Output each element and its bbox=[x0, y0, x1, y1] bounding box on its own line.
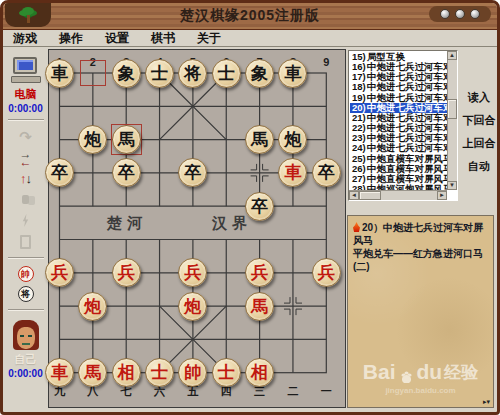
opening-comment-panel: 20）中炮进七兵过河车对屏风马 平炮兑车——红方急进河口马(二) Bai du … bbox=[347, 215, 494, 408]
scrollbar-thumb[interactable] bbox=[359, 191, 381, 200]
menu-item[interactable]: 棋书 bbox=[151, 30, 175, 47]
move-list-item[interactable]: 19)中炮进七兵过河车对 bbox=[350, 93, 447, 103]
move-list-item-selected[interactable]: 20)中炮进七兵过河车对 bbox=[350, 103, 447, 113]
piece-red[interactable]: 馬 bbox=[245, 292, 274, 321]
handshake-icon bbox=[22, 190, 29, 209]
piece-red[interactable]: 帥 bbox=[178, 358, 207, 387]
piece-black[interactable]: 卒 bbox=[312, 158, 341, 187]
piece-red[interactable]: 士 bbox=[212, 358, 241, 387]
piece-red[interactable]: 兵 bbox=[178, 258, 207, 287]
piece-black[interactable]: 将 bbox=[178, 59, 207, 88]
comment-text: 20）中炮进七兵过河车对屏风马 平炮兑车——红方急进河口马(二) bbox=[348, 216, 493, 273]
scroll-down-icon[interactable]: ▼ bbox=[447, 181, 457, 190]
move-list-item[interactable]: 27)中炮直横车对屏风马 bbox=[350, 174, 447, 184]
control-button[interactable]: 上回合 bbox=[460, 136, 498, 150]
player-label: 自己 bbox=[15, 352, 37, 367]
move-list-item[interactable]: 18)中炮进七兵过河车对 bbox=[350, 82, 447, 92]
move-list-item[interactable]: 15)局型互换 bbox=[350, 52, 447, 62]
computer-icon bbox=[11, 57, 41, 85]
piece-black[interactable]: 車 bbox=[278, 59, 307, 88]
piece-black[interactable]: 士 bbox=[212, 59, 241, 88]
move-list-item[interactable]: 16)中炮进七兵过河车对 bbox=[350, 62, 447, 72]
piece-black[interactable]: 卒 bbox=[245, 192, 274, 221]
menu-item[interactable]: 设置 bbox=[105, 30, 129, 47]
title-bar: 楚汉棋缘2005注册版 bbox=[3, 3, 497, 30]
piece-red[interactable]: 士 bbox=[145, 358, 174, 387]
piece-red[interactable]: 馬 bbox=[78, 358, 107, 387]
piece-red[interactable]: 車 bbox=[278, 158, 307, 187]
app-window: 楚汉棋缘2005注册版 游戏操作设置棋书关于 电脑 0:00:00 ↷ →← ↑… bbox=[0, 0, 500, 415]
control-button[interactable]: 读入 bbox=[460, 90, 498, 104]
piece-red[interactable]: 炮 bbox=[78, 292, 107, 321]
piece-red[interactable]: 相 bbox=[112, 358, 141, 387]
piece-black[interactable]: 象 bbox=[245, 59, 274, 88]
baidu-paw-icon bbox=[399, 370, 414, 384]
baidu-watermark: Bai du 经验 jingyan.baidu.com bbox=[348, 360, 493, 395]
window-title: 楚汉棋缘2005注册版 bbox=[3, 7, 497, 25]
control-button[interactable]: 自动 bbox=[460, 159, 498, 173]
piece-black[interactable]: 卒 bbox=[112, 158, 141, 187]
swap-sides-icon[interactable]: →← bbox=[20, 148, 32, 167]
flip-board-icon[interactable]: ↑↓ bbox=[20, 169, 31, 188]
move-list-item[interactable]: 21)中炮进七兵过河车对 bbox=[350, 113, 447, 123]
toolbar-sidebar: 电脑 0:00:00 ↷ →← ↑↓ 帥 将 自己 0:00:00 bbox=[3, 49, 48, 409]
move-list-item[interactable]: 26)中炮直横车对屏风马 bbox=[350, 164, 447, 174]
move-list-item[interactable]: 25)中炮直横车对屏风马 bbox=[350, 154, 447, 164]
move-list-item[interactable]: 22)中炮进七兵过河车对 bbox=[350, 123, 447, 133]
piece-black[interactable]: 卒 bbox=[45, 158, 74, 187]
menu-item[interactable]: 操作 bbox=[59, 30, 83, 47]
move-list-item[interactable]: 24)中炮进七兵过河车对 bbox=[350, 143, 447, 153]
menu-item[interactable]: 关于 bbox=[197, 30, 221, 47]
piece-black[interactable]: 車 bbox=[45, 59, 74, 88]
black-side-icon[interactable]: 将 bbox=[18, 286, 34, 302]
horizontal-scrollbar[interactable]: ◄ ► bbox=[349, 190, 447, 200]
undo-icon[interactable]: ↷ bbox=[19, 127, 32, 146]
red-side-icon[interactable]: 帥 bbox=[18, 266, 34, 282]
move-list-item[interactable]: 23)中炮进七兵过河车对 bbox=[350, 133, 447, 143]
piece-black[interactable]: 馬 bbox=[245, 125, 274, 154]
window-buttons bbox=[429, 6, 491, 22]
maximize-button[interactable] bbox=[455, 9, 465, 19]
player-clock: 0:00:00 bbox=[8, 368, 42, 379]
opening-move-list[interactable]: 15)局型互换16)中炮进七兵过河车对17)中炮进七兵过河车对18)中炮进七兵过… bbox=[348, 50, 458, 201]
xiangqi-board[interactable]: 楚河 汉界 123456789九八七六五四三二一 車象士将士象車炮馬馬炮卒卒卒車… bbox=[48, 49, 346, 408]
main-content: 电脑 0:00:00 ↷ →← ↑↓ 帥 将 自己 0:00:00 bbox=[3, 47, 497, 409]
menu-bar: 游戏操作设置棋书关于 bbox=[3, 30, 497, 47]
right-panel: 15)局型互换16)中炮进七兵过河车对17)中炮进七兵过河车对18)中炮进七兵过… bbox=[346, 49, 497, 409]
piece-black[interactable]: 象 bbox=[112, 59, 141, 88]
board-intersections[interactable]: 車象士将士象車炮馬馬炮卒卒卒車卒卒兵兵兵兵兵炮炮馬車馬相士帥士相 bbox=[43, 56, 343, 389]
piece-red[interactable]: 兵 bbox=[312, 258, 341, 287]
piece-black[interactable]: 炮 bbox=[278, 125, 307, 154]
piece-red[interactable]: 車 bbox=[45, 358, 74, 387]
comment-scroll-icon[interactable]: ▸▾ bbox=[483, 398, 490, 406]
sidebar-divider bbox=[8, 309, 44, 311]
control-buttons: 读入下回合上回合自动 bbox=[460, 90, 498, 182]
sidebar-divider bbox=[8, 257, 44, 259]
close-button[interactable] bbox=[470, 9, 480, 19]
piece-red[interactable]: 兵 bbox=[245, 258, 274, 287]
control-button[interactable]: 下回合 bbox=[460, 113, 498, 127]
last-move-from-marker bbox=[80, 60, 106, 86]
minimize-button[interactable] bbox=[440, 9, 450, 19]
lightning-icon bbox=[21, 211, 30, 230]
scrollbar-thumb[interactable] bbox=[447, 99, 457, 119]
scroll-left-icon[interactable]: ◄ bbox=[349, 191, 359, 200]
piece-black[interactable]: 馬 bbox=[112, 125, 141, 154]
scroll-up-icon[interactable]: ▲ bbox=[447, 51, 457, 60]
player-avatar bbox=[13, 320, 39, 350]
watermark-domain: jingyan.baidu.com bbox=[348, 386, 493, 395]
flame-icon bbox=[353, 222, 360, 232]
scroll-right-icon[interactable]: ► bbox=[437, 191, 447, 200]
piece-red[interactable]: 炮 bbox=[178, 292, 207, 321]
menu-item[interactable]: 游戏 bbox=[13, 30, 37, 47]
computer-clock: 0:00:00 bbox=[8, 103, 42, 114]
piece-red[interactable]: 相 bbox=[245, 358, 274, 387]
piece-black[interactable]: 炮 bbox=[78, 125, 107, 154]
computer-label: 电脑 bbox=[15, 87, 37, 102]
vertical-scrollbar[interactable]: ▲ ▼ bbox=[447, 51, 457, 190]
piece-red[interactable]: 兵 bbox=[112, 258, 141, 287]
piece-red[interactable]: 兵 bbox=[45, 258, 74, 287]
move-list-item[interactable]: 17)中炮进七兵过河车对 bbox=[350, 72, 447, 82]
piece-black[interactable]: 士 bbox=[145, 59, 174, 88]
new-page-icon bbox=[20, 232, 31, 251]
sidebar-divider bbox=[8, 119, 44, 121]
piece-black[interactable]: 卒 bbox=[178, 158, 207, 187]
